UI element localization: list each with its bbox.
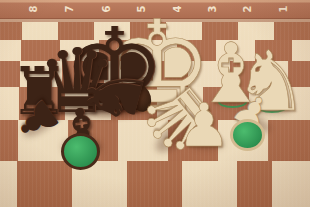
light-pawn-standing-piece: ♟ [177,95,231,155]
felt-base-disc-dark-bishop [61,133,100,170]
chessboard-photo: 8 7 6 5 4 3 2 1 ♜ ♛ ♚ ♞ ♟ ♝ ♚ ♛ ♟ ♝ ♞ ♟ [0,0,310,207]
felt-base-disc-light-pawn [230,119,265,151]
